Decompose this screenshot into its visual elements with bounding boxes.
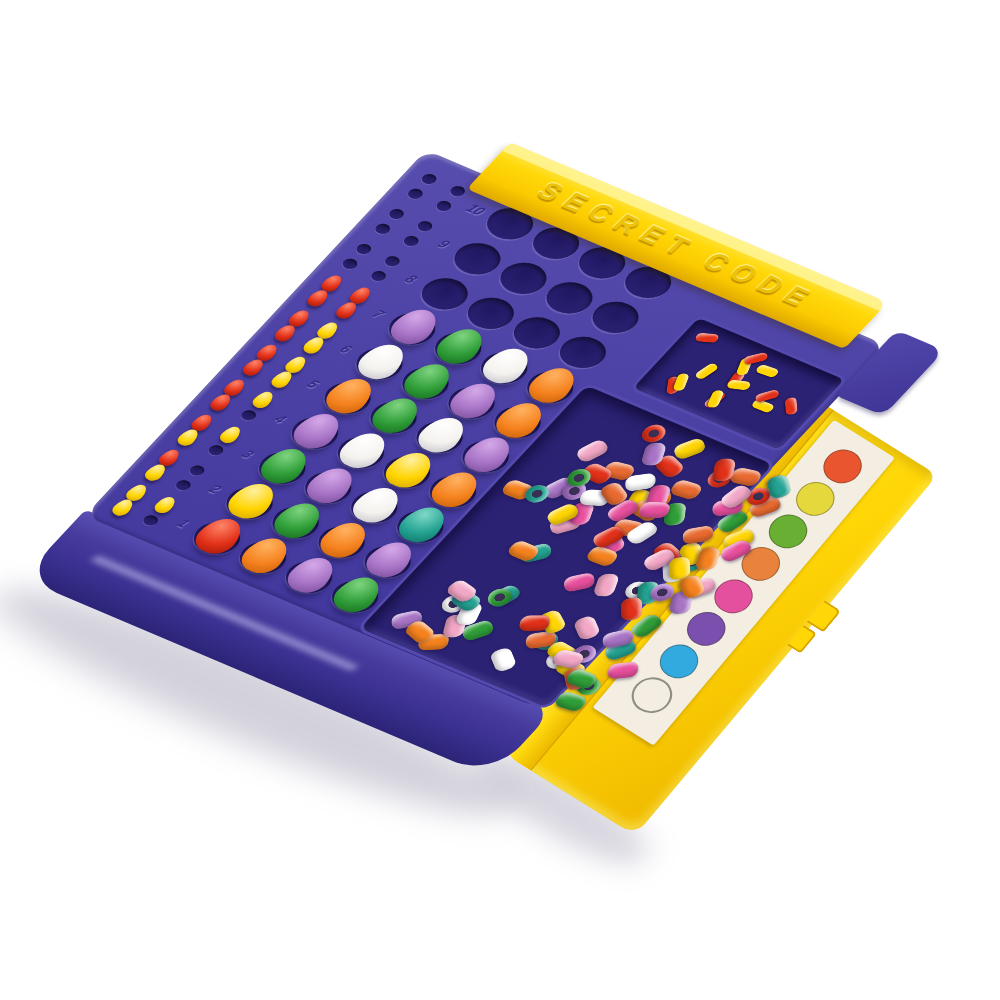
key-bead-yellow [754,364,780,379]
key-hole[interactable] [242,362,262,376]
key-hole[interactable] [383,254,403,268]
key-hole[interactable] [340,257,360,271]
key-bead-yellow [726,379,752,391]
key-hole[interactable] [350,289,370,303]
key-hole[interactable] [239,409,259,423]
key-hole[interactable] [448,184,468,198]
key-hole[interactable] [405,187,425,201]
code-hole[interactable] [492,257,555,300]
key-peg-yellow[interactable] [217,425,245,446]
key-hole[interactable] [321,277,341,291]
key-hole[interactable] [141,514,161,528]
key-bead-red [694,332,720,343]
key-hole[interactable] [112,501,132,515]
key-hole[interactable] [304,339,324,353]
key-hole[interactable] [318,324,338,338]
key-bead-yellow [693,362,719,381]
key-hole[interactable] [373,222,393,236]
key-hole[interactable] [307,292,327,306]
key-hole[interactable] [206,444,226,458]
key-hole[interactable] [220,429,240,443]
key-bead-red [755,389,780,403]
key-hole[interactable] [177,431,197,445]
latch-tab-lower[interactable] [787,625,817,654]
key-hole[interactable] [289,312,309,326]
key-hole[interactable] [155,499,175,513]
key-hole[interactable] [419,172,439,186]
key-hole[interactable] [191,417,211,431]
key-hole[interactable] [336,304,356,318]
code-hole[interactable] [584,296,647,339]
key-hole[interactable] [253,394,273,408]
key-hole[interactable] [434,199,454,213]
key-hole[interactable] [354,242,374,256]
key-hole[interactable] [386,207,406,221]
key-hole[interactable] [285,359,305,373]
drawer-latch[interactable] [783,600,847,663]
key-bead-red [743,352,768,366]
latch-tab-upper[interactable] [806,600,841,632]
key-peg-yellow[interactable] [152,494,180,515]
code-hole[interactable] [538,276,601,319]
key-hole[interactable] [415,219,435,233]
key-hole[interactable] [145,466,165,480]
key-hole[interactable] [210,396,230,410]
key-peg-yellow[interactable] [249,390,277,411]
key-hole[interactable] [158,452,178,466]
key-hole[interactable] [187,464,207,478]
key-hole[interactable] [224,382,244,396]
key-hole[interactable] [275,327,295,341]
key-hole[interactable] [126,486,146,500]
key-hole[interactable] [174,479,194,493]
secret-code-game-photo: 10987654321 SECRET CODE [0,0,1000,1000]
key-hole[interactable] [369,269,389,283]
key-hole[interactable] [271,374,291,388]
key-hole[interactable] [402,234,422,248]
key-hole[interactable] [256,347,276,361]
key-bead-red [785,397,798,416]
